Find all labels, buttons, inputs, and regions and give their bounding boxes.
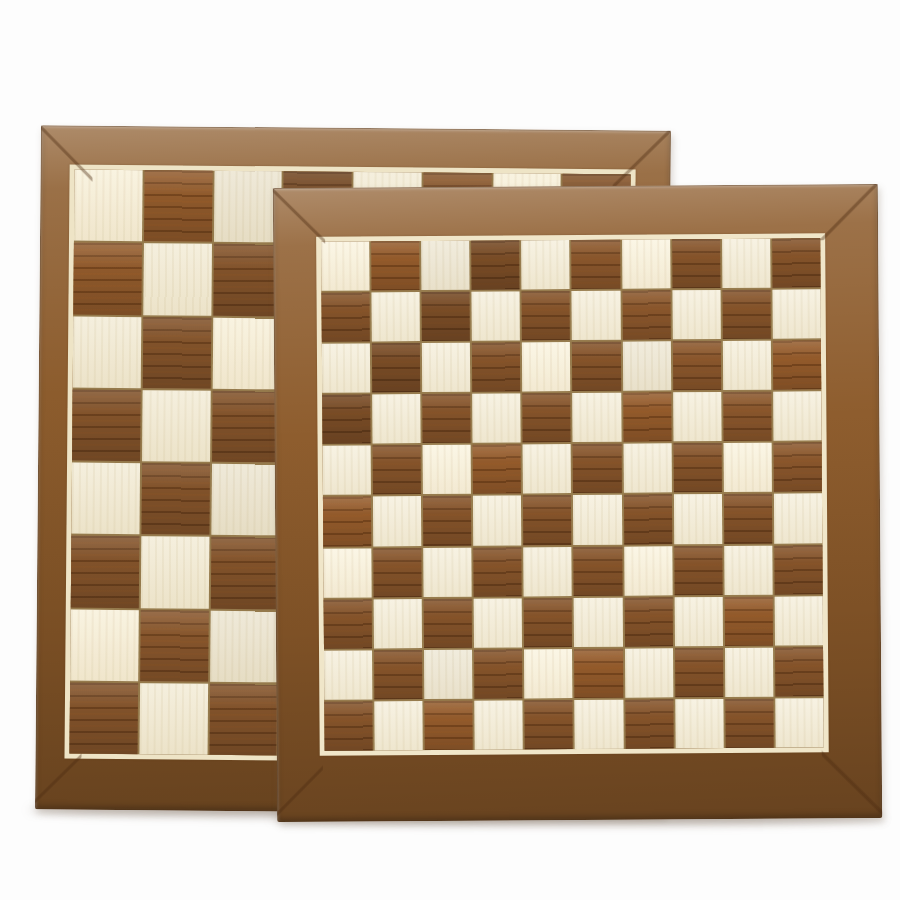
front-square-r4c5 <box>523 393 571 442</box>
front-square-r8c6 <box>574 597 622 646</box>
front-square-r6c3 <box>423 496 471 545</box>
front-square-r5c3 <box>423 445 471 494</box>
front-square-r8c5 <box>524 598 572 647</box>
front-square-r7c1 <box>323 548 371 597</box>
front-square-r9c9 <box>725 647 773 696</box>
front-square-r4c2 <box>372 394 420 443</box>
front-square-r5c2 <box>373 445 421 494</box>
front-board-inlay-border <box>316 233 829 756</box>
front-square-r5c7 <box>623 444 671 493</box>
front-square-r10c10 <box>775 698 823 747</box>
front-square-r3c2 <box>372 343 420 392</box>
front-square-r3c3 <box>422 343 470 392</box>
front-square-r4c3 <box>422 394 470 443</box>
front-square-r1c6 <box>572 240 620 289</box>
front-square-r2c5 <box>522 291 570 340</box>
front-square-r5c6 <box>573 444 621 493</box>
front-square-r3c10 <box>773 340 821 389</box>
front-square-r7c7 <box>624 546 672 595</box>
front-square-r5c9 <box>723 443 771 492</box>
front-square-r4c1 <box>322 395 370 444</box>
front-board <box>273 184 882 822</box>
front-square-r10c6 <box>575 700 623 749</box>
front-square-r1c4 <box>471 240 519 289</box>
front-square-r4c8 <box>673 392 721 441</box>
front-square-r1c7 <box>622 239 670 288</box>
front-square-r5c1 <box>323 446 371 495</box>
back-square-r1c3 <box>213 171 281 243</box>
front-square-r9c4 <box>474 649 522 698</box>
back-square-r2c3 <box>213 244 281 316</box>
back-square-r4c2 <box>142 390 210 462</box>
front-square-r6c7 <box>624 495 672 544</box>
front-square-r7c6 <box>574 546 622 595</box>
front-square-r3c8 <box>673 341 721 390</box>
front-square-r7c9 <box>724 545 772 594</box>
front-square-r6c6 <box>573 495 621 544</box>
front-square-r10c3 <box>425 701 473 750</box>
back-square-r8c1 <box>70 682 138 754</box>
front-square-r9c8 <box>675 648 723 697</box>
front-square-r2c2 <box>372 292 420 341</box>
front-square-r10c7 <box>625 699 673 748</box>
front-square-r8c2 <box>374 599 422 648</box>
front-square-r7c4 <box>474 547 522 596</box>
back-square-r6c2 <box>141 536 209 608</box>
front-board-grid <box>321 238 824 750</box>
front-square-r1c3 <box>421 241 469 290</box>
front-square-r10c1 <box>324 701 372 750</box>
front-square-r10c4 <box>475 700 523 749</box>
front-square-r6c2 <box>373 497 421 546</box>
front-square-r8c1 <box>324 599 372 648</box>
front-square-r9c7 <box>625 648 673 697</box>
front-square-r3c1 <box>322 344 370 393</box>
front-square-r7c8 <box>674 546 722 595</box>
front-square-r8c4 <box>474 598 522 647</box>
back-square-r8c3 <box>209 684 277 756</box>
front-square-r4c6 <box>573 393 621 442</box>
front-square-r9c5 <box>524 649 572 698</box>
front-square-r2c10 <box>772 289 820 338</box>
back-square-r7c2 <box>140 610 208 682</box>
front-square-r2c9 <box>722 290 770 339</box>
back-square-r4c1 <box>72 389 140 461</box>
back-square-r7c1 <box>70 609 138 681</box>
front-square-r2c3 <box>422 292 470 341</box>
back-square-r6c3 <box>210 537 278 609</box>
front-square-r1c2 <box>371 241 419 290</box>
front-square-r5c10 <box>773 443 821 492</box>
front-square-r10c9 <box>725 699 773 748</box>
front-square-r10c5 <box>525 700 573 749</box>
front-square-r6c5 <box>523 496 571 545</box>
front-square-r3c6 <box>572 342 620 391</box>
scene <box>0 0 900 900</box>
front-square-r2c4 <box>472 291 520 340</box>
front-square-r3c7 <box>622 342 670 391</box>
front-square-r7c5 <box>524 547 572 596</box>
back-square-r6c1 <box>71 536 139 608</box>
back-square-r1c1 <box>74 170 142 242</box>
front-square-r4c9 <box>723 392 771 441</box>
back-square-r4c3 <box>212 391 280 463</box>
front-square-r7c3 <box>423 547 471 596</box>
front-square-r4c7 <box>623 393 671 442</box>
front-square-r1c1 <box>321 241 369 290</box>
front-square-r1c8 <box>672 239 720 288</box>
front-square-r6c10 <box>774 494 822 543</box>
front-square-r9c2 <box>374 650 422 699</box>
front-square-r3c9 <box>723 341 771 390</box>
front-square-r3c5 <box>522 342 570 391</box>
back-square-r1c2 <box>144 170 212 242</box>
front-square-r2c1 <box>322 293 370 342</box>
front-square-r8c7 <box>624 597 672 646</box>
back-square-r5c1 <box>71 463 139 535</box>
front-square-r1c5 <box>522 240 570 289</box>
back-square-r3c3 <box>212 317 280 389</box>
front-square-r4c4 <box>473 394 521 443</box>
front-square-r6c1 <box>323 497 371 546</box>
front-square-r10c2 <box>374 701 422 750</box>
front-square-r8c3 <box>424 598 472 647</box>
front-square-r10c8 <box>675 699 723 748</box>
front-square-r9c6 <box>575 648 623 697</box>
back-square-r5c2 <box>141 463 209 535</box>
front-square-r9c3 <box>424 650 472 699</box>
front-square-r8c9 <box>724 596 772 645</box>
front-square-r1c10 <box>772 238 820 287</box>
front-square-r1c9 <box>722 239 770 288</box>
front-square-r6c8 <box>674 494 722 543</box>
front-square-r8c8 <box>674 597 722 646</box>
back-square-r3c1 <box>73 316 141 388</box>
front-square-r7c10 <box>774 545 822 594</box>
front-square-r7c2 <box>373 548 421 597</box>
front-square-r3c4 <box>472 343 520 392</box>
back-square-r8c2 <box>139 683 207 755</box>
front-square-r4c10 <box>773 392 821 441</box>
front-square-r6c9 <box>724 494 772 543</box>
front-square-r6c4 <box>473 496 521 545</box>
back-square-r2c2 <box>143 243 211 315</box>
front-square-r9c10 <box>775 647 823 696</box>
front-square-r2c8 <box>672 290 720 339</box>
back-square-r5c3 <box>211 464 279 536</box>
front-square-r9c1 <box>324 650 372 699</box>
back-square-r3c2 <box>142 317 210 389</box>
front-square-r2c6 <box>572 291 620 340</box>
front-square-r5c5 <box>523 444 571 493</box>
front-square-r5c4 <box>473 445 521 494</box>
back-square-r2c1 <box>73 243 141 315</box>
back-square-r7c3 <box>210 610 278 682</box>
front-square-r8c10 <box>775 596 823 645</box>
front-square-r5c8 <box>673 443 721 492</box>
front-square-r2c7 <box>622 290 670 339</box>
